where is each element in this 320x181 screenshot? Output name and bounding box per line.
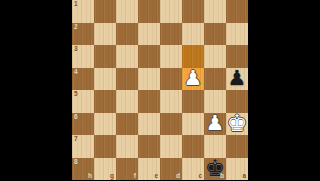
square-d8[interactable]: d: [160, 158, 182, 181]
square-h4[interactable]: 4: [72, 68, 94, 91]
rank-label-3: 3: [74, 46, 78, 53]
rank-label-8: 8: [74, 159, 78, 166]
square-d6[interactable]: [160, 113, 182, 136]
square-d5[interactable]: [160, 90, 182, 113]
square-e5[interactable]: [138, 90, 160, 113]
square-d2[interactable]: [160, 23, 182, 46]
black-pawn[interactable]: ♟: [226, 68, 248, 91]
square-c8[interactable]: c: [182, 158, 204, 181]
square-h2[interactable]: 2: [72, 23, 94, 46]
square-a8[interactable]: a: [226, 158, 248, 181]
square-e4[interactable]: [138, 68, 160, 91]
rank-label-5: 5: [74, 91, 78, 98]
file-label-f: f: [134, 173, 136, 180]
square-c1[interactable]: [182, 0, 204, 23]
rank-label-2: 2: [74, 24, 78, 31]
square-g5[interactable]: [94, 90, 116, 113]
white-king[interactable]: ♚: [226, 113, 248, 136]
square-e1[interactable]: [138, 0, 160, 23]
square-b3[interactable]: [204, 45, 226, 68]
square-d1[interactable]: [160, 0, 182, 23]
square-a2[interactable]: [226, 23, 248, 46]
square-g2[interactable]: [94, 23, 116, 46]
square-h7[interactable]: 7: [72, 135, 94, 158]
square-f7[interactable]: [116, 135, 138, 158]
white-pawn[interactable]: ♟: [182, 68, 204, 91]
square-b8[interactable]: b♚: [204, 158, 226, 181]
square-c6[interactable]: [182, 113, 204, 136]
square-a7[interactable]: [226, 135, 248, 158]
square-f8[interactable]: f: [116, 158, 138, 181]
square-f1[interactable]: [116, 0, 138, 23]
square-c4[interactable]: ♟: [182, 68, 204, 91]
chess-board: 1234♟♟56♟♚78hgfedcb♚a: [72, 0, 248, 180]
square-e2[interactable]: [138, 23, 160, 46]
square-h5[interactable]: 5: [72, 90, 94, 113]
rank-label-1: 1: [74, 1, 78, 8]
file-label-d: d: [176, 173, 180, 180]
file-label-e: e: [154, 173, 158, 180]
square-a3[interactable]: [226, 45, 248, 68]
square-b4[interactable]: [204, 68, 226, 91]
square-g8[interactable]: g: [94, 158, 116, 181]
square-c5[interactable]: [182, 90, 204, 113]
rank-label-7: 7: [74, 136, 78, 143]
square-g3[interactable]: [94, 45, 116, 68]
square-a1[interactable]: [226, 0, 248, 23]
white-pawn[interactable]: ♟: [204, 113, 226, 136]
square-f6[interactable]: [116, 113, 138, 136]
square-b2[interactable]: [204, 23, 226, 46]
square-f2[interactable]: [116, 23, 138, 46]
square-g1[interactable]: [94, 0, 116, 23]
square-e3[interactable]: [138, 45, 160, 68]
file-label-c: c: [198, 173, 202, 180]
square-f4[interactable]: [116, 68, 138, 91]
square-e7[interactable]: [138, 135, 160, 158]
square-b1[interactable]: [204, 0, 226, 23]
square-a6[interactable]: ♚: [226, 113, 248, 136]
file-label-g: g: [110, 173, 114, 180]
file-label-b: b: [220, 173, 224, 180]
rank-label-6: 6: [74, 114, 78, 121]
square-h3[interactable]: 3: [72, 45, 94, 68]
square-c2[interactable]: [182, 23, 204, 46]
square-e6[interactable]: [138, 113, 160, 136]
square-c7[interactable]: [182, 135, 204, 158]
square-g6[interactable]: [94, 113, 116, 136]
letterbox-left: [0, 0, 72, 180]
square-c3[interactable]: [182, 45, 204, 68]
square-b5[interactable]: [204, 90, 226, 113]
square-b6[interactable]: ♟: [204, 113, 226, 136]
square-b7[interactable]: [204, 135, 226, 158]
file-label-h: h: [88, 173, 92, 180]
square-f3[interactable]: [116, 45, 138, 68]
square-d7[interactable]: [160, 135, 182, 158]
rank-label-4: 4: [74, 69, 78, 76]
screenshot-frame: 1234♟♟56♟♚78hgfedcb♚a: [0, 0, 320, 180]
square-g4[interactable]: [94, 68, 116, 91]
letterbox-right: [248, 0, 320, 180]
square-d4[interactable]: [160, 68, 182, 91]
square-h1[interactable]: 1: [72, 0, 94, 23]
square-g7[interactable]: [94, 135, 116, 158]
square-h8[interactable]: 8h: [72, 158, 94, 181]
file-label-a: a: [242, 173, 246, 180]
square-d3[interactable]: [160, 45, 182, 68]
square-f5[interactable]: [116, 90, 138, 113]
square-a4[interactable]: ♟: [226, 68, 248, 91]
square-e8[interactable]: e: [138, 158, 160, 181]
square-a5[interactable]: [226, 90, 248, 113]
square-h6[interactable]: 6: [72, 113, 94, 136]
